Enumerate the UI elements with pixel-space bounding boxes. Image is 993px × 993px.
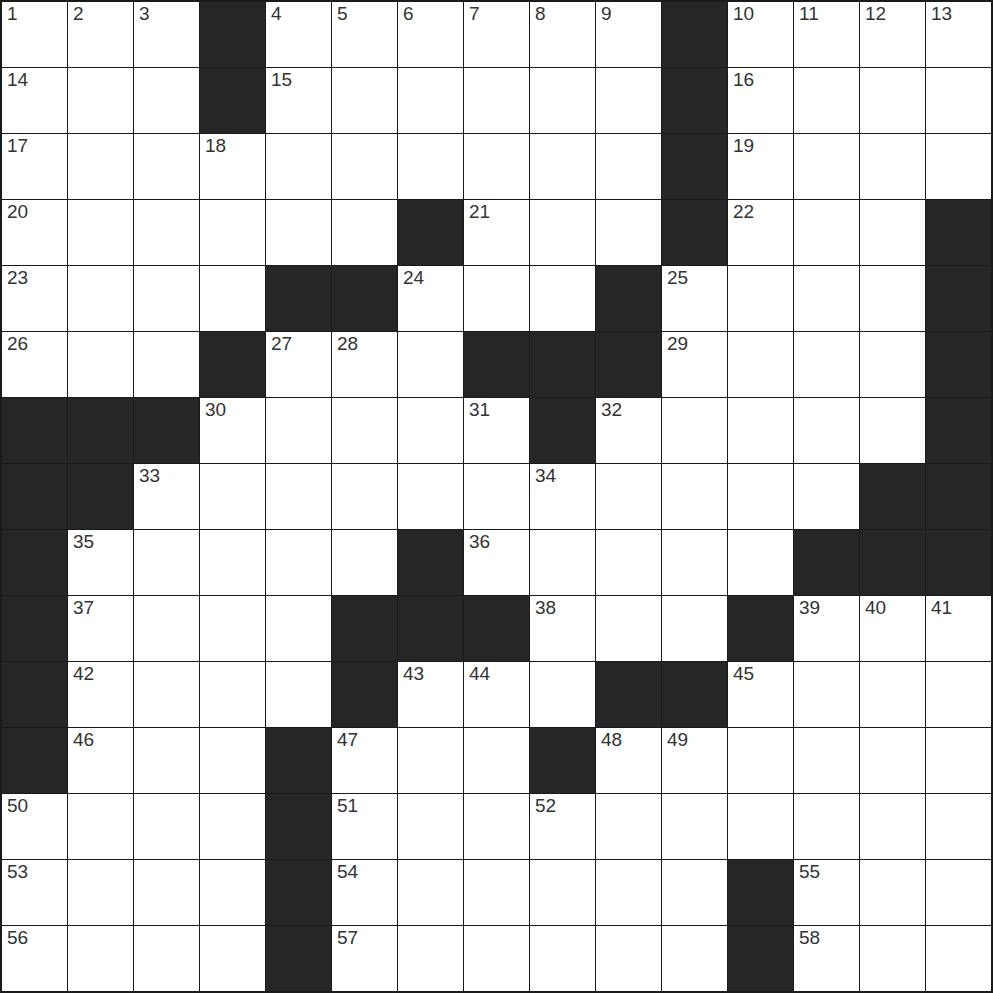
cell-r14c10[interactable] [596,860,661,925]
cell-r9c3[interactable] [134,530,199,595]
cell-r5c8[interactable] [464,266,529,331]
cell-r5c13[interactable] [794,266,859,331]
cell-r5c7[interactable]: 24 [398,266,463,331]
clue-number: 18 [205,135,226,157]
cell-r7c12[interactable] [728,398,793,463]
cell-r3c3[interactable] [134,134,199,199]
black-cell-r5c6 [332,266,397,331]
clue-number: 25 [667,267,688,289]
clue-number: 10 [733,3,754,25]
cell-r3c9[interactable] [530,134,595,199]
cell-r5c4[interactable] [200,266,265,331]
cell-r6c7[interactable] [398,332,463,397]
cell-r15c15[interactable] [926,926,991,991]
black-cell-r8c2 [68,464,133,529]
clue-number: 49 [667,729,688,751]
cell-r5c12[interactable] [728,266,793,331]
cell-r12c12[interactable] [728,728,793,793]
cell-r3c10[interactable] [596,134,661,199]
cell-r8c7[interactable] [398,464,463,529]
cell-r6c12[interactable] [728,332,793,397]
cell-r10c14[interactable]: 40 [860,596,925,661]
cell-r4c9[interactable] [530,200,595,265]
clue-number: 31 [469,399,490,421]
cell-r7c14[interactable] [860,398,925,463]
cell-r7c6[interactable] [332,398,397,463]
cell-r6c5[interactable]: 27 [266,332,331,397]
cell-r14c1[interactable]: 53 [2,860,67,925]
clue-number: 48 [601,729,622,751]
black-cell-r5c5 [266,266,331,331]
cell-r6c6[interactable]: 28 [332,332,397,397]
clue-number: 9 [601,3,612,25]
cell-r8c12[interactable] [728,464,793,529]
clue-number: 52 [535,795,556,817]
clue-number: 8 [535,3,546,25]
cell-r11c13[interactable] [794,662,859,727]
cell-r11c12[interactable]: 45 [728,662,793,727]
cell-r8c4[interactable] [200,464,265,529]
clue-number: 29 [667,333,688,355]
cell-r11c9[interactable] [530,662,595,727]
cell-r5c1[interactable]: 23 [2,266,67,331]
black-cell-r6c15 [926,332,991,397]
cell-r7c10[interactable]: 32 [596,398,661,463]
clue-number: 41 [931,597,952,619]
black-cell-r7c15 [926,398,991,463]
cell-r3c13[interactable] [794,134,859,199]
black-cell-r11c11 [662,662,727,727]
cell-r9c12[interactable] [728,530,793,595]
cell-r8c11[interactable] [662,464,727,529]
black-cell-r11c1 [2,662,67,727]
cell-r8c10[interactable] [596,464,661,529]
cell-r13c7[interactable] [398,794,463,859]
cell-r13c11[interactable] [662,794,727,859]
cell-r6c14[interactable] [860,332,925,397]
clue-number: 34 [535,465,556,487]
cell-r11c3[interactable] [134,662,199,727]
cell-r11c15[interactable] [926,662,991,727]
black-cell-r5c10 [596,266,661,331]
black-cell-r7c3 [134,398,199,463]
clue-number: 30 [205,399,226,421]
cell-r6c2[interactable] [68,332,133,397]
cell-r3c6[interactable] [332,134,397,199]
cell-r10c3[interactable] [134,596,199,661]
cell-r14c7[interactable] [398,860,463,925]
cell-r14c2[interactable] [68,860,133,925]
cell-r3c15[interactable] [926,134,991,199]
clue-number: 32 [601,399,622,421]
cell-r15c9[interactable] [530,926,595,991]
cell-r2c10[interactable] [596,68,661,133]
black-cell-r2c4 [200,68,265,133]
cell-r15c1[interactable]: 56 [2,926,67,991]
black-cell-r10c12 [728,596,793,661]
cell-r12c11[interactable]: 49 [662,728,727,793]
black-cell-r3c11 [662,134,727,199]
black-cell-r6c8 [464,332,529,397]
cell-r5c9[interactable] [530,266,595,331]
clue-number: 54 [337,861,358,883]
cell-r9c2[interactable]: 35 [68,530,133,595]
cell-r15c6[interactable]: 57 [332,926,397,991]
cell-r9c10[interactable] [596,530,661,595]
clue-number: 35 [73,531,94,553]
clue-number: 14 [7,69,28,91]
cell-r12c13[interactable] [794,728,859,793]
cell-r6c13[interactable] [794,332,859,397]
clue-number: 4 [271,3,282,25]
cell-r13c6[interactable]: 51 [332,794,397,859]
black-cell-r12c5 [266,728,331,793]
cell-r8c3[interactable]: 33 [134,464,199,529]
black-cell-r8c1 [2,464,67,529]
cell-r9c8[interactable]: 36 [464,530,529,595]
cell-r3c2[interactable] [68,134,133,199]
cell-r10c13[interactable]: 39 [794,596,859,661]
cell-r4c6[interactable] [332,200,397,265]
cell-r2c12[interactable]: 16 [728,68,793,133]
cell-r9c9[interactable] [530,530,595,595]
black-cell-r12c9 [530,728,595,793]
cell-r15c2[interactable] [68,926,133,991]
clue-number: 3 [139,3,150,25]
clue-number: 40 [865,597,886,619]
cell-r1c5[interactable]: 4 [266,2,331,67]
cell-r12c2[interactable]: 46 [68,728,133,793]
cell-r10c15[interactable]: 41 [926,596,991,661]
cell-r8c8[interactable] [464,464,529,529]
cell-r7c8[interactable]: 31 [464,398,529,463]
clue-number: 46 [73,729,94,751]
clue-number: 57 [337,927,358,949]
cell-r4c14[interactable] [860,200,925,265]
black-cell-r11c10 [596,662,661,727]
clue-number: 43 [403,663,424,685]
clue-number: 42 [73,663,94,685]
cell-r8c9[interactable]: 34 [530,464,595,529]
clue-number: 56 [7,927,28,949]
cell-r12c10[interactable]: 48 [596,728,661,793]
black-cell-r9c14 [860,530,925,595]
cell-r2c14[interactable] [860,68,925,133]
clue-number: 20 [7,201,28,223]
cell-r8c6[interactable] [332,464,397,529]
cell-r13c14[interactable] [860,794,925,859]
cell-r13c15[interactable] [926,794,991,859]
clue-number: 50 [7,795,28,817]
cell-r11c4[interactable] [200,662,265,727]
cell-r2c5[interactable]: 15 [266,68,331,133]
cell-r12c4[interactable] [200,728,265,793]
crossword-grid: 1234567891011121314151617181920212223242… [0,0,993,993]
black-cell-r4c15 [926,200,991,265]
cell-r15c8[interactable] [464,926,529,991]
clue-number: 37 [73,597,94,619]
clue-number: 36 [469,531,490,553]
cell-r13c13[interactable] [794,794,859,859]
cell-r3c14[interactable] [860,134,925,199]
cell-r3c5[interactable] [266,134,331,199]
cell-r10c5[interactable] [266,596,331,661]
cell-r13c8[interactable] [464,794,529,859]
black-cell-r7c9 [530,398,595,463]
cell-r9c4[interactable] [200,530,265,595]
black-cell-r10c6 [332,596,397,661]
cell-r11c14[interactable] [860,662,925,727]
black-cell-r2c11 [662,68,727,133]
black-cell-r13c5 [266,794,331,859]
cell-r5c2[interactable] [68,266,133,331]
clue-number: 15 [271,69,292,91]
cell-r10c9[interactable]: 38 [530,596,595,661]
black-cell-r9c13 [794,530,859,595]
cell-r14c3[interactable] [134,860,199,925]
clue-number: 17 [7,135,28,157]
clue-number: 28 [337,333,358,355]
cell-r7c7[interactable] [398,398,463,463]
clue-number: 58 [799,927,820,949]
cell-r6c1[interactable]: 26 [2,332,67,397]
black-cell-r1c4 [200,2,265,67]
cell-r10c11[interactable] [662,596,727,661]
cell-r9c5[interactable] [266,530,331,595]
clue-number: 12 [865,3,886,25]
cell-r1c10[interactable]: 9 [596,2,661,67]
cell-r4c3[interactable] [134,200,199,265]
clue-number: 38 [535,597,556,619]
cell-r13c4[interactable] [200,794,265,859]
cell-r4c5[interactable] [266,200,331,265]
clue-number: 51 [337,795,358,817]
cell-r10c10[interactable] [596,596,661,661]
black-cell-r6c9 [530,332,595,397]
cell-r1c2[interactable]: 2 [68,2,133,67]
cell-r12c15[interactable] [926,728,991,793]
clue-number: 7 [469,3,480,25]
cell-r2c8[interactable] [464,68,529,133]
cell-r4c12[interactable]: 22 [728,200,793,265]
cell-r8c5[interactable] [266,464,331,529]
black-cell-r9c15 [926,530,991,595]
cell-r11c5[interactable] [266,662,331,727]
cell-r1c6[interactable]: 5 [332,2,397,67]
black-cell-r6c10 [596,332,661,397]
black-cell-r7c2 [68,398,133,463]
cell-r9c11[interactable] [662,530,727,595]
cell-r15c4[interactable] [200,926,265,991]
cell-r14c11[interactable] [662,860,727,925]
black-cell-r10c8 [464,596,529,661]
black-cell-r15c5 [266,926,331,991]
cell-r3c8[interactable] [464,134,529,199]
black-cell-r9c1 [2,530,67,595]
cell-r4c8[interactable]: 21 [464,200,529,265]
cell-r12c7[interactable] [398,728,463,793]
cell-r1c1[interactable]: 1 [2,2,67,67]
clue-number: 55 [799,861,820,883]
cell-r14c14[interactable] [860,860,925,925]
cell-r5c3[interactable] [134,266,199,331]
cell-r10c2[interactable]: 37 [68,596,133,661]
cell-r13c2[interactable] [68,794,133,859]
cell-r2c1[interactable]: 14 [2,68,67,133]
cell-r1c7[interactable]: 6 [398,2,463,67]
clue-number: 44 [469,663,490,685]
black-cell-r12c1 [2,728,67,793]
cell-r12c14[interactable] [860,728,925,793]
black-cell-r7c1 [2,398,67,463]
cell-r13c3[interactable] [134,794,199,859]
black-cell-r4c11 [662,200,727,265]
clue-number: 26 [7,333,28,355]
cell-r1c13[interactable]: 11 [794,2,859,67]
cell-r2c9[interactable] [530,68,595,133]
black-cell-r8c15 [926,464,991,529]
cell-r7c11[interactable] [662,398,727,463]
clue-number: 33 [139,465,160,487]
clue-number: 16 [733,69,754,91]
cell-r15c11[interactable] [662,926,727,991]
clue-number: 13 [931,3,952,25]
clue-number: 24 [403,267,424,289]
cell-r5c14[interactable] [860,266,925,331]
black-cell-r14c12 [728,860,793,925]
cell-r1c12[interactable]: 10 [728,2,793,67]
cell-r4c4[interactable] [200,200,265,265]
cell-r2c6[interactable] [332,68,397,133]
cell-r13c10[interactable] [596,794,661,859]
cell-r1c3[interactable]: 3 [134,2,199,67]
cell-r13c9[interactable]: 52 [530,794,595,859]
cell-r4c10[interactable] [596,200,661,265]
black-cell-r14c5 [266,860,331,925]
cell-r12c8[interactable] [464,728,529,793]
cell-r7c4[interactable]: 30 [200,398,265,463]
black-cell-r1c11 [662,2,727,67]
clue-number: 23 [7,267,28,289]
black-cell-r4c7 [398,200,463,265]
clue-number: 19 [733,135,754,157]
cell-r1c8[interactable]: 7 [464,2,529,67]
cell-r8c13[interactable] [794,464,859,529]
black-cell-r6c4 [200,332,265,397]
cell-r4c1[interactable]: 20 [2,200,67,265]
cell-r10c4[interactable] [200,596,265,661]
clue-number: 45 [733,663,754,685]
cell-r2c7[interactable] [398,68,463,133]
cell-r2c13[interactable] [794,68,859,133]
crossword-board: 1234567891011121314151617181920212223242… [0,0,993,993]
cell-r11c7[interactable]: 43 [398,662,463,727]
cell-r2c15[interactable] [926,68,991,133]
cell-r4c13[interactable] [794,200,859,265]
black-cell-r9c7 [398,530,463,595]
black-cell-r10c1 [2,596,67,661]
cell-r13c1[interactable]: 50 [2,794,67,859]
clue-number: 47 [337,729,358,751]
black-cell-r11c6 [332,662,397,727]
cell-r14c8[interactable] [464,860,529,925]
cell-r15c7[interactable] [398,926,463,991]
cell-r15c3[interactable] [134,926,199,991]
clue-number: 2 [73,3,84,25]
clue-number: 1 [7,3,18,25]
cell-r11c8[interactable]: 44 [464,662,529,727]
cell-r3c1[interactable]: 17 [2,134,67,199]
cell-r12c6[interactable]: 47 [332,728,397,793]
black-cell-r15c12 [728,926,793,991]
clue-number: 5 [337,3,348,25]
cell-r3c12[interactable]: 19 [728,134,793,199]
cell-r1c14[interactable]: 12 [860,2,925,67]
cell-r14c4[interactable] [200,860,265,925]
cell-r14c6[interactable]: 54 [332,860,397,925]
cell-r14c9[interactable] [530,860,595,925]
cell-r1c15[interactable]: 13 [926,2,991,67]
cell-r12c3[interactable] [134,728,199,793]
clue-number: 6 [403,3,414,25]
cell-r7c5[interactable] [266,398,331,463]
cell-r11c2[interactable]: 42 [68,662,133,727]
cell-r1c9[interactable]: 8 [530,2,595,67]
black-cell-r8c14 [860,464,925,529]
cell-r15c14[interactable] [860,926,925,991]
cell-r14c13[interactable]: 55 [794,860,859,925]
cell-r2c3[interactable] [134,68,199,133]
cell-r15c10[interactable] [596,926,661,991]
black-cell-r5c15 [926,266,991,331]
cell-r3c4[interactable]: 18 [200,134,265,199]
cell-r5c11[interactable]: 25 [662,266,727,331]
clue-number: 21 [469,201,490,223]
cell-r15c13[interactable]: 58 [794,926,859,991]
cell-r7c13[interactable] [794,398,859,463]
clue-number: 11 [799,3,819,25]
black-cell-r10c7 [398,596,463,661]
clue-number: 27 [271,333,292,355]
cell-r9c6[interactable] [332,530,397,595]
cell-r14c15[interactable] [926,860,991,925]
cell-r4c2[interactable] [68,200,133,265]
cell-r13c12[interactable] [728,794,793,859]
cell-r6c11[interactable]: 29 [662,332,727,397]
cell-r3c7[interactable] [398,134,463,199]
cell-r6c3[interactable] [134,332,199,397]
clue-number: 22 [733,201,754,223]
clue-number: 53 [7,861,28,883]
cell-r2c2[interactable] [68,68,133,133]
clue-number: 39 [799,597,820,619]
